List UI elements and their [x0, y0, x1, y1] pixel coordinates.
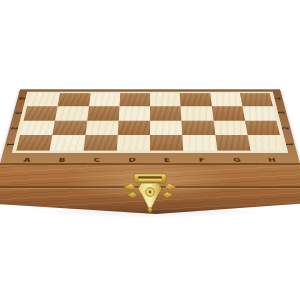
- file-label-d: D: [128, 157, 137, 163]
- board-square-e1: [150, 135, 183, 151]
- maple-border: [12, 92, 288, 153]
- board-square-e2: [150, 120, 182, 135]
- board-square-c3: [87, 106, 119, 120]
- board-square-g2: [213, 120, 247, 135]
- file-label-c: C: [93, 157, 101, 163]
- file-cell-g: G: [219, 153, 256, 164]
- board-square-b2: [53, 120, 87, 135]
- board-square-c4: [89, 93, 121, 106]
- board-square-a4: [27, 93, 60, 106]
- file-cell-d: D: [115, 153, 150, 164]
- file-label-h: H: [268, 157, 278, 163]
- board-square-c2: [85, 120, 118, 135]
- board-square-g4: [210, 93, 242, 106]
- board-square-h3: [242, 106, 276, 120]
- brass-latch-icon: [121, 173, 179, 213]
- rank-label-1: 1: [5, 143, 14, 146]
- board-square-c1: [83, 135, 117, 151]
- file-label-g: G: [233, 157, 242, 163]
- board-square-f4: [180, 93, 212, 106]
- board-square-b4: [58, 93, 90, 106]
- board-square-e3: [150, 106, 182, 120]
- product-photo: ABCDEFGH 4321 4321: [0, 0, 300, 300]
- board-square-f3: [181, 106, 213, 120]
- board-square-g3: [211, 106, 244, 120]
- box-front: [0, 163, 300, 214]
- file-label-b: B: [58, 157, 67, 163]
- board-square-b3: [55, 106, 88, 120]
- board-square-e4: [150, 93, 181, 106]
- file-cell-c: C: [80, 153, 116, 164]
- file-cell-b: B: [44, 153, 81, 164]
- board-square-d1: [117, 135, 150, 151]
- board-square-h2: [245, 120, 280, 135]
- rank-label-4: 4: [274, 97, 283, 99]
- drop-shadow: [30, 210, 270, 218]
- board-square-a1: [16, 135, 52, 151]
- board-square-a2: [20, 120, 55, 135]
- file-cell-h: H: [254, 153, 291, 164]
- board-square-g1: [215, 135, 250, 151]
- rank-label-2: 2: [282, 127, 291, 130]
- board-square-h4: [240, 93, 273, 106]
- file-cell-a: A: [9, 153, 46, 164]
- board-square-b1: [50, 135, 85, 151]
- board-square-h1: [247, 135, 283, 151]
- file-cell-f: F: [185, 153, 221, 164]
- board-square-d3: [118, 106, 150, 120]
- board-square-a3: [24, 106, 58, 120]
- rank-label-3: 3: [278, 112, 287, 115]
- board-square-f2: [182, 120, 215, 135]
- board-grid: [16, 93, 283, 150]
- board-square-d2: [118, 120, 150, 135]
- rank-label-4: 4: [17, 97, 26, 99]
- file-label-f: F: [199, 157, 207, 163]
- rank-label-3: 3: [13, 112, 22, 115]
- rank-label-2: 2: [9, 127, 18, 130]
- board-square-f1: [182, 135, 216, 151]
- file-label-e: E: [164, 157, 171, 163]
- file-labels-rail: ABCDEFGH: [9, 153, 291, 164]
- file-cell-e: E: [150, 153, 185, 164]
- rank-label-1: 1: [286, 143, 295, 146]
- board-square-d4: [119, 93, 150, 106]
- file-label-a: A: [23, 157, 32, 163]
- chess-board: ABCDEFGH 4321 4321: [0, 89, 300, 164]
- board-frame: ABCDEFGH 4321 4321: [0, 89, 300, 164]
